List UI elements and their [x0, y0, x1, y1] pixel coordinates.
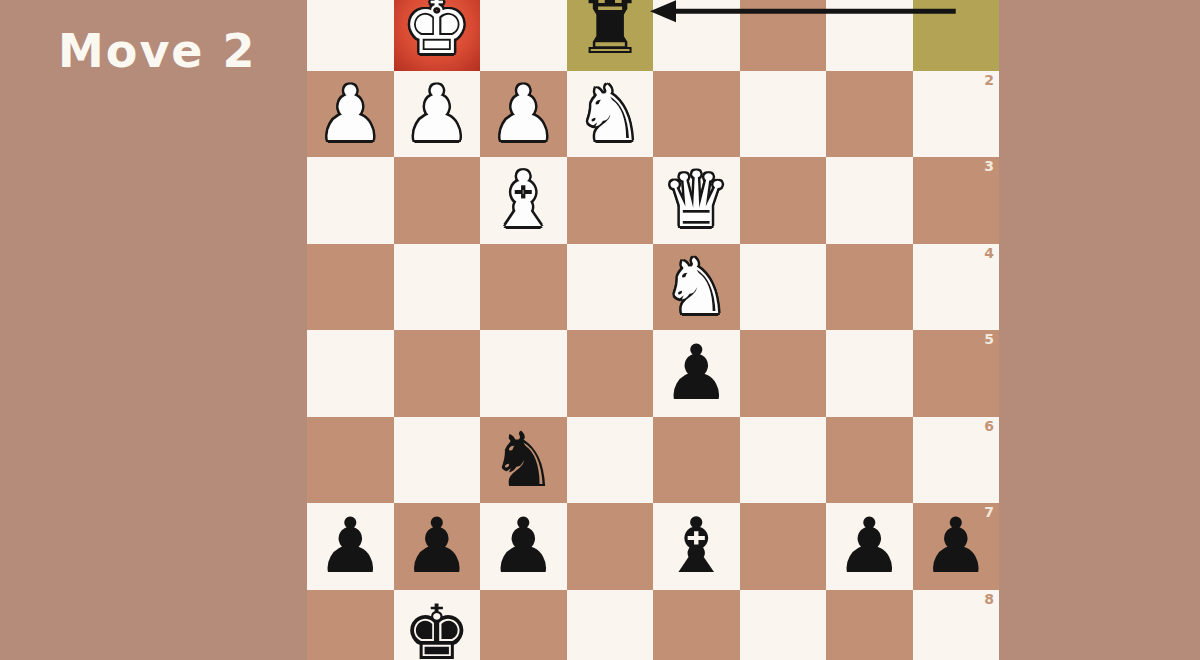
piece-black-rook[interactable]: ♜	[576, 0, 644, 70]
square-c6[interactable]	[740, 417, 827, 504]
piece-black-pawn[interactable]: ♟	[835, 503, 903, 589]
square-b4[interactable]	[826, 244, 913, 331]
square-f7[interactable]: ♟	[480, 503, 567, 590]
square-b1[interactable]	[826, 0, 913, 71]
square-f8[interactable]	[480, 590, 567, 660]
square-h3[interactable]	[307, 157, 394, 244]
square-d6[interactable]	[653, 417, 740, 504]
square-c4[interactable]	[740, 244, 827, 331]
square-d5[interactable]: ♟	[653, 330, 740, 417]
rank-label-8: 8	[984, 592, 994, 606]
square-e3[interactable]	[567, 157, 654, 244]
piece-black-pawn[interactable]: ♟	[662, 330, 730, 416]
square-g1[interactable]: ♚	[394, 0, 481, 71]
square-d1[interactable]	[653, 0, 740, 71]
rank-label-6: 6	[984, 419, 994, 433]
square-h4[interactable]	[307, 244, 394, 331]
square-h1[interactable]	[307, 0, 394, 71]
piece-black-pawn[interactable]: ♟	[316, 503, 384, 589]
square-e4[interactable]	[567, 244, 654, 331]
square-d8[interactable]	[653, 590, 740, 660]
square-g3[interactable]	[394, 157, 481, 244]
rank-label-2: 2	[984, 73, 994, 87]
square-a3[interactable]: 3	[913, 157, 1000, 244]
square-a7[interactable]: ♟7	[913, 503, 1000, 590]
square-g5[interactable]	[394, 330, 481, 417]
piece-white-knight[interactable]: ♞	[576, 71, 644, 157]
piece-white-knight[interactable]: ♞	[662, 244, 730, 330]
square-c8[interactable]	[740, 590, 827, 660]
square-b8[interactable]	[826, 590, 913, 660]
rank-label-3: 3	[984, 159, 994, 173]
square-b6[interactable]	[826, 417, 913, 504]
square-c2[interactable]	[740, 71, 827, 158]
move-counter-label: Move 2	[58, 24, 257, 78]
piece-white-king[interactable]: ♚	[403, 0, 471, 70]
square-g6[interactable]	[394, 417, 481, 504]
piece-white-pawn[interactable]: ♟	[489, 71, 557, 157]
square-b3[interactable]	[826, 157, 913, 244]
piece-white-bishop[interactable]: ♝	[489, 157, 557, 243]
piece-black-knight[interactable]: ♞	[489, 417, 557, 503]
chess-board: ♚♜1♟♟♟♞2♝♛3♞4♟5♞6♟♟♟♝♟♟7♚8	[307, 0, 999, 660]
square-a2[interactable]: 2	[913, 71, 1000, 158]
rank-label-7: 7	[984, 505, 994, 519]
square-b5[interactable]	[826, 330, 913, 417]
square-e7[interactable]	[567, 503, 654, 590]
square-g8[interactable]: ♚	[394, 590, 481, 660]
square-d2[interactable]	[653, 71, 740, 158]
square-d4[interactable]: ♞	[653, 244, 740, 331]
piece-black-king[interactable]: ♚	[403, 590, 471, 660]
square-g7[interactable]: ♟	[394, 503, 481, 590]
square-e6[interactable]	[567, 417, 654, 504]
square-f3[interactable]: ♝	[480, 157, 567, 244]
square-e1[interactable]: ♜	[567, 0, 654, 71]
square-c1[interactable]	[740, 0, 827, 71]
square-f4[interactable]	[480, 244, 567, 331]
square-c7[interactable]	[740, 503, 827, 590]
square-a6[interactable]: 6	[913, 417, 1000, 504]
square-b2[interactable]	[826, 71, 913, 158]
square-f2[interactable]: ♟	[480, 71, 567, 158]
piece-black-pawn[interactable]: ♟	[922, 503, 990, 589]
square-e2[interactable]: ♞	[567, 71, 654, 158]
square-e5[interactable]	[567, 330, 654, 417]
square-a5[interactable]: 5	[913, 330, 1000, 417]
piece-white-pawn[interactable]: ♟	[316, 71, 384, 157]
piece-white-queen[interactable]: ♛	[662, 157, 730, 243]
square-g2[interactable]: ♟	[394, 71, 481, 158]
square-f5[interactable]	[480, 330, 567, 417]
square-h2[interactable]: ♟	[307, 71, 394, 158]
square-h8[interactable]	[307, 590, 394, 660]
square-h6[interactable]	[307, 417, 394, 504]
square-e8[interactable]	[567, 590, 654, 660]
piece-black-pawn[interactable]: ♟	[489, 503, 557, 589]
square-g4[interactable]	[394, 244, 481, 331]
piece-black-pawn[interactable]: ♟	[403, 503, 471, 589]
square-c5[interactable]	[740, 330, 827, 417]
rank-label-5: 5	[984, 332, 994, 346]
square-a4[interactable]: 4	[913, 244, 1000, 331]
square-d7[interactable]: ♝	[653, 503, 740, 590]
square-c3[interactable]	[740, 157, 827, 244]
square-a8[interactable]: 8	[913, 590, 1000, 660]
square-b7[interactable]: ♟	[826, 503, 913, 590]
square-f6[interactable]: ♞	[480, 417, 567, 504]
square-h7[interactable]: ♟	[307, 503, 394, 590]
square-h5[interactable]	[307, 330, 394, 417]
square-a1[interactable]: 1	[913, 0, 1000, 71]
rank-label-4: 4	[984, 246, 994, 260]
piece-black-bishop[interactable]: ♝	[662, 503, 730, 589]
piece-white-pawn[interactable]: ♟	[403, 71, 471, 157]
square-d3[interactable]: ♛	[653, 157, 740, 244]
square-f1[interactable]	[480, 0, 567, 71]
